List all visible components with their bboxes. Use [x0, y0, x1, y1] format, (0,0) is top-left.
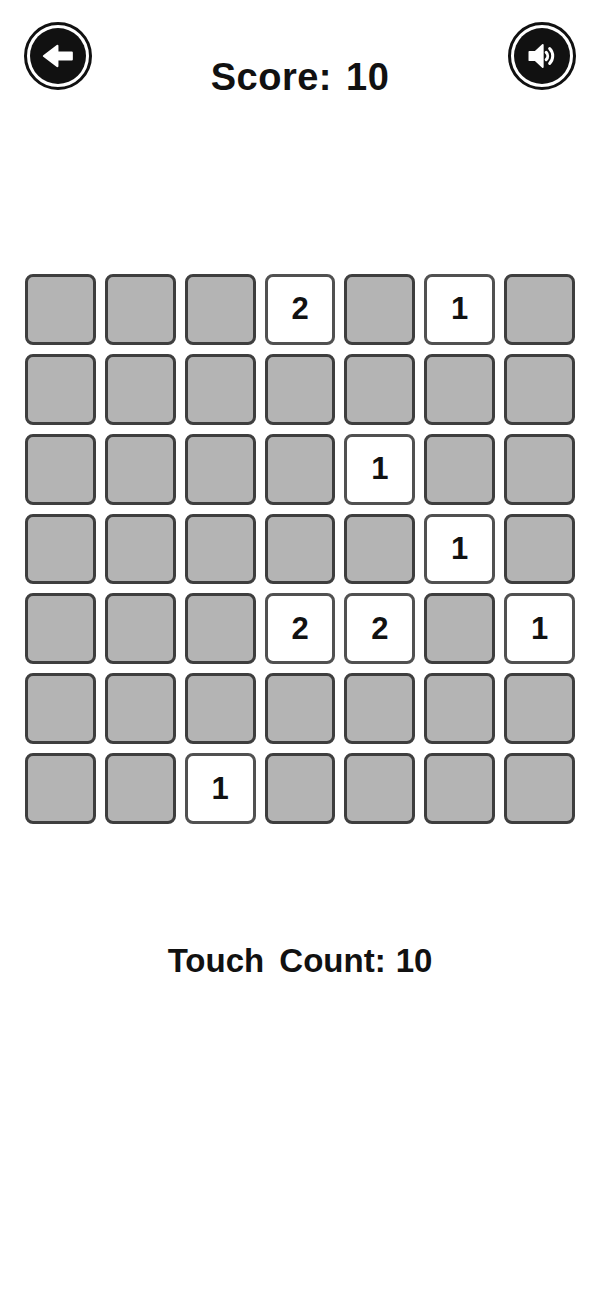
cell-r2c7[interactable]: [504, 354, 575, 425]
cell-r1c4[interactable]: 2: [265, 274, 336, 345]
touch-count-value: 10: [396, 942, 433, 979]
cell-r5c1[interactable]: [25, 593, 96, 664]
top-bar: Score:10: [24, 22, 576, 90]
cell-r2c1[interactable]: [25, 354, 96, 425]
touch-count: Touch Count:10: [0, 942, 600, 980]
cell-r7c4[interactable]: [265, 753, 336, 824]
cell-r2c4[interactable]: [265, 354, 336, 425]
cell-r4c4[interactable]: [265, 514, 336, 585]
cell-r6c7[interactable]: [504, 673, 575, 744]
board-grid: 21112211: [25, 274, 575, 824]
cell-r4c5[interactable]: [344, 514, 415, 585]
cell-r4c2[interactable]: [105, 514, 176, 585]
game-screen: Score:10 21112211 Touch Count:10: [0, 0, 600, 1297]
cell-r2c2[interactable]: [105, 354, 176, 425]
cell-r5c4[interactable]: 2: [265, 593, 336, 664]
score-label: Score:: [211, 56, 332, 98]
touch-count-label: Touch Count:: [168, 942, 386, 979]
cell-r6c2[interactable]: [105, 673, 176, 744]
cell-r5c3[interactable]: [185, 593, 256, 664]
cell-r7c7[interactable]: [504, 753, 575, 824]
cell-r7c3[interactable]: 1: [185, 753, 256, 824]
sound-button[interactable]: [508, 22, 576, 90]
cell-r6c3[interactable]: [185, 673, 256, 744]
cell-r5c6[interactable]: [424, 593, 495, 664]
cell-r1c7[interactable]: [504, 274, 575, 345]
cell-r3c3[interactable]: [185, 434, 256, 505]
cell-r6c1[interactable]: [25, 673, 96, 744]
cell-r3c4[interactable]: [265, 434, 336, 505]
score-display: Score:10: [24, 56, 576, 99]
cell-r6c6[interactable]: [424, 673, 495, 744]
cell-r1c5[interactable]: [344, 274, 415, 345]
cell-r3c6[interactable]: [424, 434, 495, 505]
cell-r4c1[interactable]: [25, 514, 96, 585]
back-arrow-icon: [30, 28, 86, 84]
cell-r3c7[interactable]: [504, 434, 575, 505]
cell-r1c2[interactable]: [105, 274, 176, 345]
speaker-icon: [514, 28, 570, 84]
cell-r7c1[interactable]: [25, 753, 96, 824]
cell-r5c5[interactable]: 2: [344, 593, 415, 664]
cell-r2c3[interactable]: [185, 354, 256, 425]
score-value: 10: [346, 56, 389, 98]
cell-r1c1[interactable]: [25, 274, 96, 345]
cell-r3c5[interactable]: 1: [344, 434, 415, 505]
cell-r7c6[interactable]: [424, 753, 495, 824]
cell-r4c3[interactable]: [185, 514, 256, 585]
cell-r2c5[interactable]: [344, 354, 415, 425]
cell-r3c2[interactable]: [105, 434, 176, 505]
cell-r6c4[interactable]: [265, 673, 336, 744]
cell-r6c5[interactable]: [344, 673, 415, 744]
cell-r4c7[interactable]: [504, 514, 575, 585]
cell-r1c6[interactable]: 1: [424, 274, 495, 345]
cell-r7c2[interactable]: [105, 753, 176, 824]
cell-r3c1[interactable]: [25, 434, 96, 505]
cell-r4c6[interactable]: 1: [424, 514, 495, 585]
cell-r7c5[interactable]: [344, 753, 415, 824]
cell-r2c6[interactable]: [424, 354, 495, 425]
cell-r5c7[interactable]: 1: [504, 593, 575, 664]
back-button[interactable]: [24, 22, 92, 90]
cell-r1c3[interactable]: [185, 274, 256, 345]
cell-r5c2[interactable]: [105, 593, 176, 664]
